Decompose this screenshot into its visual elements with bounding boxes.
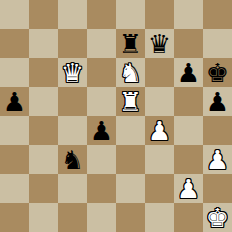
square-c6[interactable]: ♛	[58, 58, 87, 87]
piece-white-queen: ♛	[61, 60, 84, 86]
piece-white-pawn: ♟	[206, 147, 229, 173]
square-c4[interactable]	[58, 116, 87, 145]
square-c3[interactable]: ♞	[58, 145, 87, 174]
square-f8[interactable]	[145, 0, 174, 29]
piece-white-knight: ♞	[119, 60, 142, 86]
square-e7[interactable]: ♜	[116, 29, 145, 58]
square-g1[interactable]	[174, 203, 203, 232]
square-a6[interactable]	[0, 58, 29, 87]
piece-black-king: ♚	[206, 60, 229, 86]
square-g2[interactable]: ♟	[174, 174, 203, 203]
square-h4[interactable]	[203, 116, 232, 145]
square-b5[interactable]	[29, 87, 58, 116]
square-g4[interactable]	[174, 116, 203, 145]
piece-black-pawn: ♟	[177, 60, 200, 86]
square-b1[interactable]	[29, 203, 58, 232]
square-d7[interactable]	[87, 29, 116, 58]
square-f2[interactable]	[145, 174, 174, 203]
square-d4[interactable]: ♟	[87, 116, 116, 145]
chess-board: ♜♛♛♞♟♚♟♜♟♟♟♞♟♟♚	[0, 0, 232, 232]
square-c7[interactable]	[58, 29, 87, 58]
square-f5[interactable]	[145, 87, 174, 116]
square-d3[interactable]	[87, 145, 116, 174]
square-f3[interactable]	[145, 145, 174, 174]
piece-black-pawn: ♟	[90, 118, 113, 144]
square-b6[interactable]	[29, 58, 58, 87]
square-b3[interactable]	[29, 145, 58, 174]
square-h5[interactable]: ♟	[203, 87, 232, 116]
square-c5[interactable]	[58, 87, 87, 116]
piece-black-pawn: ♟	[206, 89, 229, 115]
square-a3[interactable]	[0, 145, 29, 174]
piece-black-rook: ♜	[119, 31, 142, 57]
square-b7[interactable]	[29, 29, 58, 58]
square-e8[interactable]	[116, 0, 145, 29]
square-a1[interactable]	[0, 203, 29, 232]
square-c1[interactable]	[58, 203, 87, 232]
square-a7[interactable]	[0, 29, 29, 58]
square-d2[interactable]	[87, 174, 116, 203]
square-g8[interactable]	[174, 0, 203, 29]
piece-white-king: ♚	[206, 205, 229, 231]
piece-black-queen: ♛	[148, 31, 171, 57]
square-h6[interactable]: ♚	[203, 58, 232, 87]
square-a2[interactable]	[0, 174, 29, 203]
square-g3[interactable]	[174, 145, 203, 174]
square-d8[interactable]	[87, 0, 116, 29]
square-e3[interactable]	[116, 145, 145, 174]
square-d5[interactable]	[87, 87, 116, 116]
square-b4[interactable]	[29, 116, 58, 145]
square-c8[interactable]	[58, 0, 87, 29]
square-a5[interactable]: ♟	[0, 87, 29, 116]
square-f7[interactable]: ♛	[145, 29, 174, 58]
square-a8[interactable]	[0, 0, 29, 29]
square-h3[interactable]: ♟	[203, 145, 232, 174]
square-f1[interactable]	[145, 203, 174, 232]
square-e5[interactable]: ♜	[116, 87, 145, 116]
square-g7[interactable]	[174, 29, 203, 58]
square-h1[interactable]: ♚	[203, 203, 232, 232]
square-b2[interactable]	[29, 174, 58, 203]
square-h2[interactable]	[203, 174, 232, 203]
square-h7[interactable]	[203, 29, 232, 58]
square-g5[interactable]	[174, 87, 203, 116]
piece-white-rook: ♜	[119, 89, 142, 115]
square-f6[interactable]	[145, 58, 174, 87]
square-e2[interactable]	[116, 174, 145, 203]
square-e4[interactable]	[116, 116, 145, 145]
square-e1[interactable]	[116, 203, 145, 232]
square-h8[interactable]	[203, 0, 232, 29]
square-d1[interactable]	[87, 203, 116, 232]
square-g6[interactable]: ♟	[174, 58, 203, 87]
square-c2[interactable]	[58, 174, 87, 203]
square-b8[interactable]	[29, 0, 58, 29]
piece-white-pawn: ♟	[177, 176, 200, 202]
piece-black-pawn: ♟	[3, 89, 26, 115]
square-f4[interactable]: ♟	[145, 116, 174, 145]
square-e6[interactable]: ♞	[116, 58, 145, 87]
piece-black-knight: ♞	[61, 147, 84, 173]
square-a4[interactable]	[0, 116, 29, 145]
square-d6[interactable]	[87, 58, 116, 87]
piece-white-pawn: ♟	[148, 118, 171, 144]
